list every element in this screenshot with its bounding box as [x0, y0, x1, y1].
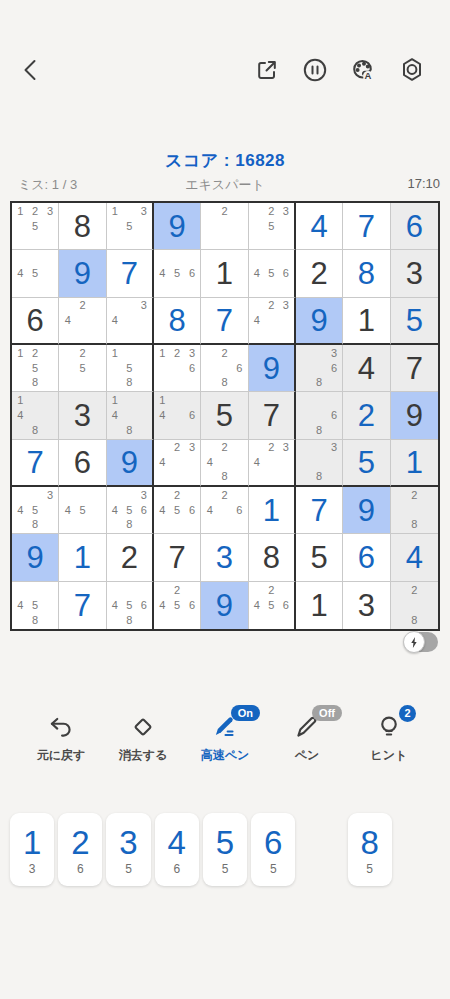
svg-text:A: A — [365, 70, 372, 81]
cell-r2c8[interactable]: 8 — [343, 250, 390, 297]
pencil-notes: 28 — [392, 488, 437, 532]
cell-r1c5[interactable]: 2 — [201, 203, 248, 250]
cell-r2c6[interactable]: 456 — [249, 250, 296, 297]
cell-r5c1[interactable]: 148 — [12, 392, 59, 439]
given-digit: 4 — [358, 353, 375, 384]
numpad-button-8[interactable]: 85 — [348, 813, 392, 886]
given-digit: 3 — [406, 258, 423, 289]
pencil-notes: 268 — [202, 346, 246, 390]
cell-r3c8[interactable]: 1 — [343, 298, 390, 345]
user-digit: 8 — [169, 305, 186, 336]
numpad-remaining-count: 6 — [173, 862, 180, 876]
pen-button[interactable]: Off ペン — [268, 712, 346, 774]
pencil-notes: 368 — [297, 346, 341, 390]
pencil-notes: 1235 — [13, 204, 57, 248]
toolbar: 元に戻す 消去する On 高速ペン Off ペン 2 — [0, 712, 450, 774]
cell-r1c6[interactable]: 235 — [249, 203, 296, 250]
user-digit: 1 — [406, 447, 423, 478]
pencil-notes: 68 — [297, 393, 341, 437]
cell-r7c6[interactable]: 1 — [249, 487, 296, 534]
cell-r7c3[interactable]: 34568 — [107, 487, 154, 534]
given-digit: 9 — [406, 400, 423, 431]
given-digit: 7 — [169, 542, 186, 573]
cell-r8c3[interactable]: 2 — [107, 534, 154, 581]
cell-r9c8[interactable]: 3 — [343, 582, 390, 629]
cell-r8c9[interactable]: 4 — [391, 534, 438, 581]
cell-r3c1[interactable]: 6 — [12, 298, 59, 345]
user-digit: 7 — [216, 305, 233, 336]
eraser-icon — [128, 712, 158, 742]
cell-r2c2[interactable]: 9 — [59, 250, 106, 297]
user-digit: 7 — [358, 211, 375, 242]
user-digit: 9 — [121, 447, 138, 478]
numpad-digit: 2 — [71, 825, 89, 861]
given-digit: 2 — [121, 542, 138, 573]
cell-r6c4[interactable]: 234 — [154, 440, 201, 487]
cell-r3c9[interactable]: 5 — [391, 298, 438, 345]
pencil-notes: 146 — [155, 393, 199, 437]
lightning-toggle[interactable] — [404, 632, 438, 652]
settings-button[interactable] — [397, 56, 427, 86]
user-digit: 9 — [358, 495, 375, 526]
fast-pen-button[interactable]: On 高速ペン — [186, 712, 264, 774]
numpad-remaining-count: 3 — [29, 862, 36, 876]
pencil-notes: 235 — [250, 204, 293, 248]
undo-label: 元に戻す — [37, 747, 86, 764]
cell-r5c5[interactable]: 5 — [201, 392, 248, 439]
pencil-notes: 34568 — [108, 488, 151, 532]
cell-r8c8[interactable]: 6 — [343, 534, 390, 581]
numpad-button-3[interactable]: 35 — [106, 813, 150, 886]
timer: 17:10 — [407, 176, 440, 191]
cell-r9c2[interactable]: 7 — [59, 582, 106, 629]
cell-r8c1[interactable]: 9 — [12, 534, 59, 581]
cell-r4c2[interactable]: 25 — [59, 345, 106, 392]
pen-off-badge: Off — [312, 705, 342, 721]
pencil-notes: 24 — [60, 299, 104, 342]
cell-r7c8[interactable]: 9 — [343, 487, 390, 534]
pencil-notes: 2456 — [155, 488, 199, 532]
cell-r4c8[interactable]: 4 — [343, 345, 390, 392]
cell-r4c9[interactable]: 7 — [391, 345, 438, 392]
cell-r8c2[interactable]: 1 — [59, 534, 106, 581]
given-digit: 5 — [216, 400, 233, 431]
pencil-notes: 248 — [202, 441, 246, 484]
fast-pen-on-badge: On — [231, 705, 260, 721]
erase-label: 消去する — [119, 747, 168, 764]
number-pad: 13263546556585 — [10, 813, 440, 886]
cell-r4c4[interactable]: 1236 — [154, 345, 201, 392]
pause-button[interactable] — [300, 56, 330, 86]
given-digit: 7 — [263, 400, 280, 431]
numpad-empty-slot — [299, 813, 343, 886]
numpad-digit: 6 — [264, 825, 282, 861]
pencil-notes: 4568 — [108, 583, 151, 628]
back-button[interactable] — [16, 56, 46, 86]
pencil-notes: 2456 — [250, 583, 293, 628]
cell-r7c9[interactable]: 28 — [391, 487, 438, 534]
pencil-notes: 38 — [297, 441, 341, 484]
undo-button[interactable]: 元に戻す — [22, 712, 100, 774]
cell-r6c7[interactable]: 38 — [296, 440, 343, 487]
cell-r5c8[interactable]: 2 — [343, 392, 390, 439]
numpad-button-1[interactable]: 13 — [10, 813, 54, 886]
pencil-notes: 234 — [250, 441, 293, 484]
cell-r2c9[interactable]: 3 — [391, 250, 438, 297]
user-digit: 9 — [216, 590, 233, 621]
numpad-empty-slot — [396, 813, 440, 886]
pencil-notes: 2456 — [155, 583, 199, 628]
user-digit: 9 — [311, 305, 328, 336]
cell-r1c1[interactable]: 1235 — [12, 203, 59, 250]
cell-r5c9[interactable]: 9 — [391, 392, 438, 439]
user-digit: 7 — [74, 590, 91, 621]
pencil-notes: 456 — [250, 251, 293, 295]
cell-r3c4[interactable]: 8 — [154, 298, 201, 345]
numpad-digit: 1 — [23, 825, 41, 861]
cell-r6c3[interactable]: 9 — [107, 440, 154, 487]
cell-r8c7[interactable]: 5 — [296, 534, 343, 581]
fast-pen-label: 高速ペン — [201, 747, 250, 764]
cell-r7c4[interactable]: 2456 — [154, 487, 201, 534]
cell-r6c8[interactable]: 5 — [343, 440, 390, 487]
user-digit: 7 — [121, 258, 138, 289]
numpad-button-5[interactable]: 55 — [203, 813, 247, 886]
cell-r8c4[interactable]: 7 — [154, 534, 201, 581]
settings-gear-icon — [398, 56, 426, 84]
erase-button[interactable]: 消去する — [104, 712, 182, 774]
cell-r1c9[interactable]: 6 — [391, 203, 438, 250]
share-icon — [253, 56, 281, 84]
share-button[interactable] — [252, 56, 282, 86]
theme-palette-icon: A — [349, 56, 377, 84]
cell-r7c1[interactable]: 3458 — [12, 487, 59, 534]
given-digit: 3 — [74, 400, 91, 431]
cell-r5c4[interactable]: 146 — [154, 392, 201, 439]
pencil-notes: 234 — [155, 441, 199, 484]
score-text: スコア : 16828 — [0, 149, 450, 172]
cell-r6c6[interactable]: 234 — [249, 440, 296, 487]
pencil-notes: 456 — [155, 251, 199, 295]
numpad-button-6[interactable]: 65 — [251, 813, 295, 886]
given-digit: 1 — [216, 258, 233, 289]
hint-count-badge: 2 — [399, 705, 416, 722]
user-digit: 1 — [74, 542, 91, 573]
pencil-notes: 34 — [108, 299, 151, 342]
numpad-digit: 8 — [360, 825, 378, 861]
user-digit: 3 — [216, 542, 233, 573]
theme-button[interactable]: A — [348, 56, 378, 86]
numpad-digit: 5 — [216, 825, 234, 861]
numpad-remaining-count: 5 — [366, 862, 373, 876]
lightning-icon — [403, 631, 425, 653]
user-digit: 5 — [358, 447, 375, 478]
user-digit: 9 — [74, 258, 91, 289]
numpad-digit: 4 — [168, 825, 186, 861]
pencil-notes: 45 — [60, 488, 104, 532]
cell-r6c2[interactable]: 6 — [59, 440, 106, 487]
cell-r7c5[interactable]: 246 — [201, 487, 248, 534]
cell-r1c4[interactable]: 9 — [154, 203, 201, 250]
user-digit: 2 — [358, 400, 375, 431]
user-digit: 9 — [169, 211, 186, 242]
user-digit: 8 — [358, 258, 375, 289]
cell-r3c7[interactable]: 9 — [296, 298, 343, 345]
user-digit: 6 — [406, 211, 423, 242]
cell-r1c8[interactable]: 7 — [343, 203, 390, 250]
numpad-remaining-count: 5 — [270, 862, 277, 876]
cell-r7c7[interactable]: 7 — [296, 487, 343, 534]
cell-r6c9[interactable]: 1 — [391, 440, 438, 487]
cell-r5c7[interactable]: 68 — [296, 392, 343, 439]
user-digit: 7 — [27, 447, 44, 478]
pencil-notes: 458 — [13, 583, 57, 628]
given-digit: 3 — [358, 590, 375, 621]
sudoku-board: 1235813592235476459745614562836243487234… — [10, 201, 440, 631]
cell-r5c2[interactable]: 3 — [59, 392, 106, 439]
cell-r6c1[interactable]: 7 — [12, 440, 59, 487]
user-digit: 9 — [27, 542, 44, 573]
pencil-notes: 2 — [202, 204, 246, 248]
user-digit: 4 — [406, 542, 423, 573]
pencil-notes: 28 — [392, 583, 437, 628]
cell-r2c1[interactable]: 45 — [12, 250, 59, 297]
pencil-notes: 135 — [108, 204, 151, 248]
cell-r9c3[interactable]: 4568 — [107, 582, 154, 629]
pencil-notes: 45 — [13, 251, 57, 295]
numpad-button-4[interactable]: 46 — [155, 813, 199, 886]
cell-r3c5[interactable]: 7 — [201, 298, 248, 345]
user-digit: 6 — [358, 542, 375, 573]
pen-label: ペン — [295, 747, 320, 764]
cell-r1c2[interactable]: 8 — [59, 203, 106, 250]
given-digit: 6 — [74, 447, 91, 478]
user-digit: 5 — [406, 305, 423, 336]
given-digit: 2 — [311, 258, 328, 289]
pencil-notes: 246 — [202, 488, 246, 532]
cell-r8c6[interactable]: 8 — [249, 534, 296, 581]
cell-r4c5[interactable]: 268 — [201, 345, 248, 392]
cell-r7c2[interactable]: 45 — [59, 487, 106, 534]
cell-r9c7[interactable]: 1 — [296, 582, 343, 629]
cell-r3c6[interactable]: 234 — [249, 298, 296, 345]
cell-r2c7[interactable]: 2 — [296, 250, 343, 297]
cell-r5c6[interactable]: 7 — [249, 392, 296, 439]
undo-icon — [46, 712, 76, 742]
numpad-remaining-count: 5 — [125, 862, 132, 876]
cell-r9c9[interactable]: 28 — [391, 582, 438, 629]
cell-r4c3[interactable]: 158 — [107, 345, 154, 392]
cell-r9c6[interactable]: 2456 — [249, 582, 296, 629]
cell-r8c5[interactable]: 3 — [201, 534, 248, 581]
pencil-notes: 148 — [108, 393, 151, 437]
user-digit: 7 — [311, 495, 328, 526]
back-chevron-icon — [17, 56, 45, 84]
given-digit: 1 — [311, 590, 328, 621]
numpad-button-2[interactable]: 26 — [58, 813, 102, 886]
pencil-notes: 3458 — [13, 488, 57, 532]
cell-r4c6[interactable]: 9 — [249, 345, 296, 392]
cell-r6c5[interactable]: 248 — [201, 440, 248, 487]
pencil-notes: 234 — [250, 299, 293, 342]
status-row: ミス: 1 / 3 エキスパート 17:10 — [0, 176, 450, 194]
hint-label: ヒント — [371, 747, 408, 764]
given-digit: 5 — [311, 542, 328, 573]
cell-r9c4[interactable]: 2456 — [154, 582, 201, 629]
given-digit: 6 — [27, 305, 44, 336]
numpad-digit: 3 — [119, 825, 137, 861]
pencil-notes: 25 — [60, 346, 104, 390]
user-digit: 4 — [311, 211, 328, 242]
cell-r4c1[interactable]: 1258 — [12, 345, 59, 392]
cell-r9c1[interactable]: 458 — [12, 582, 59, 629]
cell-r2c3[interactable]: 7 — [107, 250, 154, 297]
cell-r1c3[interactable]: 135 — [107, 203, 154, 250]
pencil-notes: 148 — [13, 393, 57, 437]
cell-r3c3[interactable]: 34 — [107, 298, 154, 345]
numpad-remaining-count: 5 — [222, 862, 229, 876]
pencil-notes: 1236 — [155, 346, 199, 390]
pause-icon — [301, 56, 329, 84]
hint-button[interactable]: 2 ヒント — [350, 712, 428, 774]
difficulty-label: エキスパート — [0, 176, 450, 194]
user-digit: 1 — [263, 495, 280, 526]
cell-r2c4[interactable]: 456 — [154, 250, 201, 297]
pencil-notes: 158 — [108, 346, 151, 390]
given-digit: 8 — [74, 211, 91, 242]
numpad-remaining-count: 6 — [77, 862, 84, 876]
pencil-notes: 1258 — [13, 346, 57, 390]
given-digit: 8 — [263, 542, 280, 573]
given-digit: 1 — [358, 305, 375, 336]
cell-r2c5[interactable]: 1 — [201, 250, 248, 297]
cell-r3c2[interactable]: 24 — [59, 298, 106, 345]
cell-r1c7[interactable]: 4 — [296, 203, 343, 250]
given-digit: 7 — [406, 353, 423, 384]
sudoku-app-screen: A スコア : 16828 ミス: 1 / 3 エキスパート 17:10 123… — [0, 0, 450, 999]
cell-r5c3[interactable]: 148 — [107, 392, 154, 439]
user-digit: 9 — [263, 353, 280, 384]
cell-r4c7[interactable]: 368 — [296, 345, 343, 392]
cell-r9c5[interactable]: 9 — [201, 582, 248, 629]
